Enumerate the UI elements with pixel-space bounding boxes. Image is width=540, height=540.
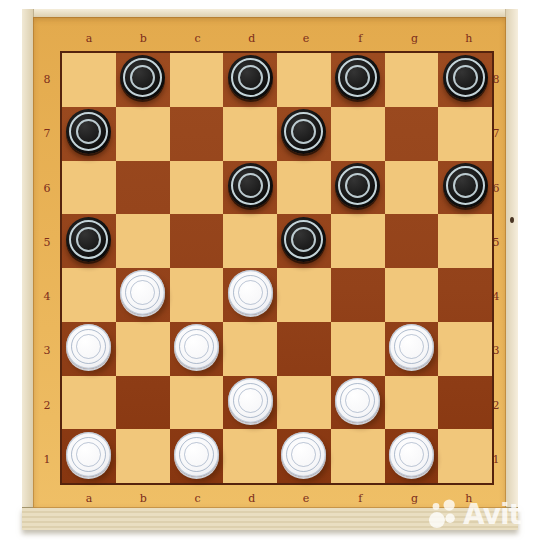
coord-label-d: d (225, 33, 279, 45)
square-c8[interactable] (170, 53, 224, 107)
white-checker-g3[interactable] (389, 324, 434, 369)
square-g7[interactable] (385, 107, 439, 161)
coord-label-e: e (279, 33, 333, 45)
square-f2[interactable] (331, 376, 385, 430)
square-g8[interactable] (385, 53, 439, 107)
square-d5[interactable] (223, 214, 277, 268)
black-checker-e5[interactable] (281, 217, 326, 262)
square-e7[interactable] (277, 107, 331, 161)
white-checker-d2[interactable] (228, 378, 273, 423)
black-checker-a5[interactable] (66, 217, 111, 262)
square-h8[interactable] (438, 53, 492, 107)
black-checker-d6[interactable] (228, 163, 273, 208)
square-e2[interactable] (277, 376, 331, 430)
coord-label-b: b (116, 33, 170, 45)
coord-label-a: a (62, 493, 116, 505)
white-checker-c1[interactable] (174, 432, 219, 477)
coord-label-2: 2 (39, 400, 55, 412)
square-f1[interactable] (331, 429, 385, 483)
white-checker-d4[interactable] (228, 270, 273, 315)
black-checker-d8[interactable] (228, 55, 273, 100)
square-e4[interactable] (277, 268, 331, 322)
square-h2[interactable] (438, 376, 492, 430)
rank-labels-left: 87654321 (39, 53, 55, 487)
square-d7[interactable] (223, 107, 277, 161)
square-e3[interactable] (277, 322, 331, 376)
coord-label-8: 8 (39, 74, 55, 86)
coord-label-7: 7 (39, 128, 55, 140)
square-b5[interactable] (116, 214, 170, 268)
black-checker-h6[interactable] (443, 163, 488, 208)
coord-label-4: 4 (39, 291, 55, 303)
black-checker-e7[interactable] (281, 109, 326, 154)
square-a2[interactable] (62, 376, 116, 430)
square-h7[interactable] (438, 107, 492, 161)
square-g3[interactable] (385, 322, 439, 376)
square-c2[interactable] (170, 376, 224, 430)
square-d3[interactable] (223, 322, 277, 376)
square-c3[interactable] (170, 322, 224, 376)
square-a7[interactable] (62, 107, 116, 161)
square-h3[interactable] (438, 322, 492, 376)
coord-label-3: 3 (39, 345, 55, 357)
square-g2[interactable] (385, 376, 439, 430)
square-h5[interactable] (438, 214, 492, 268)
square-e8[interactable] (277, 53, 331, 107)
black-checker-b8[interactable] (120, 55, 165, 100)
black-checker-a7[interactable] (66, 109, 111, 154)
square-f5[interactable] (331, 214, 385, 268)
square-b3[interactable] (116, 322, 170, 376)
square-g5[interactable] (385, 214, 439, 268)
square-a6[interactable] (62, 161, 116, 215)
coord-label-b: b (116, 493, 170, 505)
square-b2[interactable] (116, 376, 170, 430)
coord-label-e: e (279, 493, 333, 505)
frame-rail-right (505, 9, 518, 530)
coord-label-d: d (225, 493, 279, 505)
white-checker-a3[interactable] (66, 324, 111, 369)
coord-label-g: g (388, 33, 442, 45)
square-c4[interactable] (170, 268, 224, 322)
square-b8[interactable] (116, 53, 170, 107)
coord-label-f: f (333, 493, 387, 505)
square-d1[interactable] (223, 429, 277, 483)
coord-label-5: 5 (39, 237, 55, 249)
square-f7[interactable] (331, 107, 385, 161)
square-h1[interactable] (438, 429, 492, 483)
square-e6[interactable] (277, 161, 331, 215)
coord-label-6: 6 (39, 183, 55, 195)
square-d4[interactable] (223, 268, 277, 322)
black-checker-f8[interactable] (335, 55, 380, 100)
square-b4[interactable] (116, 268, 170, 322)
square-b1[interactable] (116, 429, 170, 483)
square-e5[interactable] (277, 214, 331, 268)
square-f3[interactable] (331, 322, 385, 376)
square-a1[interactable] (62, 429, 116, 483)
white-checker-c3[interactable] (174, 324, 219, 369)
photo-canvas: abcdefgh abcdefgh 87654321 87654321 Avit… (0, 0, 540, 540)
white-checker-a1[interactable] (66, 432, 111, 477)
square-b6[interactable] (116, 161, 170, 215)
square-b7[interactable] (116, 107, 170, 161)
square-a8[interactable] (62, 53, 116, 107)
square-d2[interactable] (223, 376, 277, 430)
white-checker-e1[interactable] (281, 432, 326, 477)
square-c1[interactable] (170, 429, 224, 483)
frame-latch-dot (510, 217, 514, 223)
coord-label-a: a (62, 33, 116, 45)
white-checker-g1[interactable] (389, 432, 434, 477)
square-h4[interactable] (438, 268, 492, 322)
coord-label-1: 1 (39, 454, 55, 466)
square-f4[interactable] (331, 268, 385, 322)
square-c5[interactable] (170, 214, 224, 268)
coord-label-c: c (171, 493, 225, 505)
square-d6[interactable] (223, 161, 277, 215)
board-surface: abcdefgh abcdefgh 87654321 87654321 (33, 17, 506, 508)
square-h6[interactable] (438, 161, 492, 215)
coord-label-h: h (442, 33, 496, 45)
black-checker-f6[interactable] (335, 163, 380, 208)
square-f6[interactable] (331, 161, 385, 215)
square-f8[interactable] (331, 53, 385, 107)
coord-label-c: c (171, 33, 225, 45)
square-g6[interactable] (385, 161, 439, 215)
square-a4[interactable] (62, 268, 116, 322)
checkers-grid (60, 51, 494, 485)
square-d8[interactable] (223, 53, 277, 107)
watermark-text: Avito (463, 498, 539, 531)
square-g4[interactable] (385, 268, 439, 322)
square-a5[interactable] (62, 214, 116, 268)
coord-label-f: f (333, 33, 387, 45)
board-frame: abcdefgh abcdefgh 87654321 87654321 (22, 9, 518, 530)
square-c6[interactable] (170, 161, 224, 215)
black-checker-h8[interactable] (443, 55, 488, 100)
avito-watermark: Avito (428, 496, 539, 532)
square-e1[interactable] (277, 429, 331, 483)
white-checker-f2[interactable] (335, 378, 380, 423)
square-a3[interactable] (62, 322, 116, 376)
white-checker-b4[interactable] (120, 270, 165, 315)
square-g1[interactable] (385, 429, 439, 483)
file-labels-top: abcdefgh (62, 33, 496, 45)
square-c7[interactable] (170, 107, 224, 161)
avito-logo-icon (428, 498, 460, 530)
